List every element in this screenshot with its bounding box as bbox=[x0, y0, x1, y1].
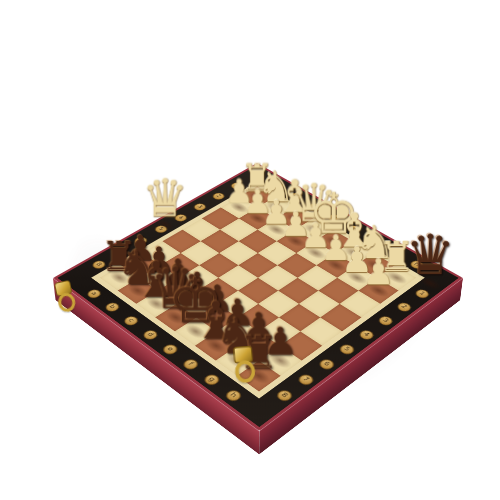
clasp-ring-icon bbox=[56, 291, 77, 313]
spare-white-queen: ♛ bbox=[137, 173, 194, 225]
white-pawn: ♟ bbox=[348, 255, 409, 290]
product-photo: aa11bb22cc33dd44ee55ff66gg77hh88♜♞♝♛♚♝♞♜… bbox=[0, 0, 500, 500]
clasp-ring-icon bbox=[234, 360, 256, 384]
brass-clasp-front bbox=[233, 345, 256, 383]
chess-board: aa11bb22cc33dd44ee55ff66gg77hh88♜♞♝♛♚♝♞♜… bbox=[53, 163, 463, 431]
spare-black-queen: ♛ bbox=[400, 228, 460, 283]
scene: aa11bb22cc33dd44ee55ff66gg77hh88♜♞♝♛♚♝♞♜… bbox=[0, 0, 500, 500]
